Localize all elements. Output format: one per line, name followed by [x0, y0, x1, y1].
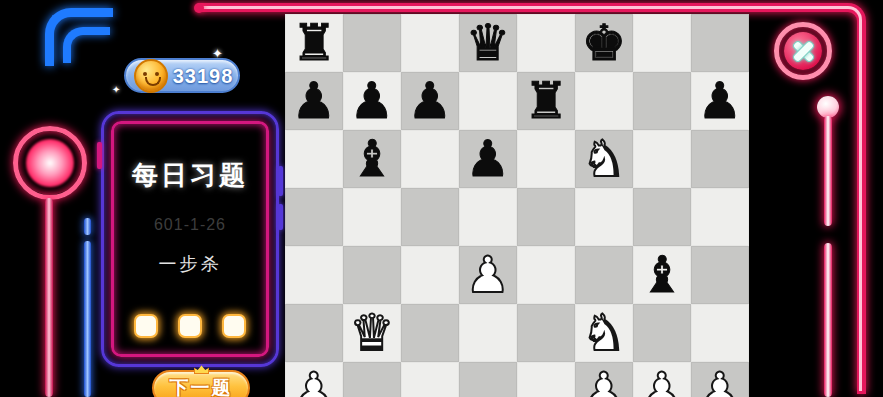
piece-black-queen-d8[interactable]: ♛ — [459, 14, 517, 72]
piece-white-pawn-f2[interactable]: ♟ — [575, 362, 633, 397]
piece-black-rook-e7[interactable]: ♜ — [517, 72, 575, 130]
square-g6[interactable] — [633, 130, 691, 188]
square-e3[interactable] — [517, 304, 575, 362]
square-b5[interactable] — [343, 188, 401, 246]
sparkle-icon: ✦ — [212, 46, 223, 61]
square-f7[interactable] — [575, 72, 633, 130]
square-a7[interactable]: ♟ — [285, 72, 343, 130]
blue-line-decoration — [84, 241, 91, 397]
square-f2[interactable]: ♟ — [575, 362, 633, 397]
square-c2[interactable] — [401, 362, 459, 397]
pink-circle-core-decoration — [26, 139, 74, 187]
square-d4[interactable]: ♟ — [459, 246, 517, 304]
phone-side-tab — [278, 204, 283, 230]
square-b8[interactable] — [343, 14, 401, 72]
square-h4[interactable] — [691, 246, 749, 304]
piece-black-pawn-c7[interactable]: ♟ — [401, 72, 459, 130]
square-a6[interactable] — [285, 130, 343, 188]
square-e2[interactable] — [517, 362, 575, 397]
square-f6[interactable]: ♞ — [575, 130, 633, 188]
square-f8[interactable]: ♚ — [575, 14, 633, 72]
piece-black-king-f8[interactable]: ♚ — [575, 14, 633, 72]
square-e6[interactable] — [517, 130, 575, 188]
square-d6[interactable]: ♟ — [459, 130, 517, 188]
square-d5[interactable] — [459, 188, 517, 246]
square-h7[interactable]: ♟ — [691, 72, 749, 130]
next-puzzle-button[interactable]: 下一题 — [152, 370, 250, 397]
square-d7[interactable] — [459, 72, 517, 130]
square-g3[interactable] — [633, 304, 691, 362]
square-g2[interactable]: ♟ — [633, 362, 691, 397]
piece-black-pawn-b7[interactable]: ♟ — [343, 72, 401, 130]
reward-slot-row — [114, 314, 266, 338]
square-b4[interactable] — [343, 246, 401, 304]
piece-black-pawn-d6[interactable]: ♟ — [459, 130, 517, 188]
square-b7[interactable]: ♟ — [343, 72, 401, 130]
square-c4[interactable] — [401, 246, 459, 304]
coin-balance: 33198 — [170, 65, 236, 88]
square-c8[interactable] — [401, 14, 459, 72]
piece-black-bishop-g4[interactable]: ♝ — [633, 246, 691, 304]
square-g8[interactable] — [633, 14, 691, 72]
square-d2[interactable] — [459, 362, 517, 397]
square-g4[interactable]: ♝ — [633, 246, 691, 304]
piece-black-pawn-a7[interactable]: ♟ — [285, 72, 343, 130]
piece-white-knight-g6[interactable]: ♞ — [575, 130, 633, 188]
square-b6[interactable]: ♝ — [343, 130, 401, 188]
puzzle-code: 601-1-26 — [114, 216, 266, 234]
next-puzzle-button-label: 下一题 — [170, 375, 233, 397]
piece-white-pawn-h2[interactable]: ♟ — [691, 362, 749, 397]
pink-line-right-decoration — [824, 116, 832, 226]
square-d3[interactable] — [459, 304, 517, 362]
square-h8[interactable] — [691, 14, 749, 72]
panel-title: 每日习题 — [114, 158, 266, 193]
square-g5[interactable] — [633, 188, 691, 246]
phone-side-tab — [278, 166, 283, 196]
square-h6[interactable] — [691, 130, 749, 188]
square-c3[interactable] — [401, 304, 459, 362]
piece-white-pawn-g2[interactable]: ♟ — [633, 362, 691, 397]
square-a8[interactable]: ♜ — [285, 14, 343, 72]
square-g7[interactable] — [633, 72, 691, 130]
square-e8[interactable] — [517, 14, 575, 72]
square-f4[interactable] — [575, 246, 633, 304]
sparkle-icon: ✦ — [112, 84, 120, 95]
square-a5[interactable] — [285, 188, 343, 246]
piece-black-rook-a8[interactable]: ♜ — [285, 14, 343, 72]
blue-corner-decoration-inner — [63, 27, 110, 63]
puzzle-mode: 一步杀 — [114, 252, 266, 276]
piece-white-pawn-a2[interactable]: ♟ — [285, 362, 343, 397]
square-h3[interactable] — [691, 304, 749, 362]
puzzle-panel: 每日习题 601-1-26 一步杀 — [111, 121, 269, 357]
square-e4[interactable] — [517, 246, 575, 304]
square-c7[interactable]: ♟ — [401, 72, 459, 130]
reward-slot-3 — [222, 314, 246, 338]
piece-white-knight-f3[interactable]: ♞ — [575, 304, 633, 362]
reward-slot-2 — [178, 314, 202, 338]
square-h2[interactable]: ♟ — [691, 362, 749, 397]
square-c5[interactable] — [401, 188, 459, 246]
piece-black-pawn-h7[interactable]: ♟ — [691, 72, 749, 130]
square-a2[interactable]: ♟ — [285, 362, 343, 397]
chess-board: ♜♛♚♟♟♟♜♟♝♟♞♟♝♛♞♟♟♟♟ — [285, 14, 749, 397]
blue-line-decoration — [84, 218, 91, 235]
square-h5[interactable] — [691, 188, 749, 246]
coin-icon — [134, 59, 168, 93]
phone-side-tab — [97, 142, 102, 169]
coin-balance-pill[interactable]: 33198 — [124, 58, 240, 93]
square-e5[interactable] — [517, 188, 575, 246]
square-a3[interactable] — [285, 304, 343, 362]
neon-frame-line-cap — [194, 3, 204, 13]
square-e7[interactable]: ♜ — [517, 72, 575, 130]
reward-slot-1 — [134, 314, 158, 338]
piece-black-bishop-b6[interactable]: ♝ — [343, 130, 401, 188]
pink-line-right-decoration — [824, 243, 832, 397]
square-f3[interactable]: ♞ — [575, 304, 633, 362]
piece-white-pawn-d4[interactable]: ♟ — [459, 246, 517, 304]
piece-white-queen-b3[interactable]: ♛ — [343, 304, 401, 362]
close-button[interactable] — [774, 22, 832, 80]
square-f5[interactable] — [575, 188, 633, 246]
square-c6[interactable] — [401, 130, 459, 188]
pink-line-left-decoration — [45, 198, 53, 397]
square-a4[interactable] — [285, 246, 343, 304]
neon-ball-decoration — [817, 96, 839, 118]
square-b2[interactable] — [343, 362, 401, 397]
square-d8[interactable]: ♛ — [459, 14, 517, 72]
square-b3[interactable]: ♛ — [343, 304, 401, 362]
